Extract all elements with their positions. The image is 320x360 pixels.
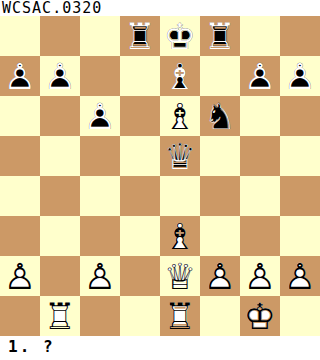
square-b5[interactable] xyxy=(40,136,80,176)
square-f6[interactable]: ♞♘ xyxy=(200,96,240,136)
black-rook-icon: ♜♖ xyxy=(200,16,240,56)
black-pawn-icon: ♟♙ xyxy=(80,96,120,136)
black-bishop-icon: ♝♗ xyxy=(160,56,200,96)
white-queen-icon: ♛♕ xyxy=(160,256,200,296)
square-c7[interactable] xyxy=(80,56,120,96)
square-d8[interactable]: ♜♖ xyxy=(120,16,160,56)
square-c1[interactable] xyxy=(80,296,120,336)
piece-outline-glyph: ♙ xyxy=(240,256,280,296)
square-g7[interactable]: ♟♙ xyxy=(240,56,280,96)
square-a2[interactable]: ♟♙ xyxy=(0,256,40,296)
square-a3[interactable] xyxy=(0,216,40,256)
square-h5[interactable] xyxy=(280,136,320,176)
black-rook-icon: ♜♖ xyxy=(120,16,160,56)
piece-outline-glyph: ♙ xyxy=(280,56,320,96)
square-h2[interactable]: ♟♙ xyxy=(280,256,320,296)
square-d4[interactable] xyxy=(120,176,160,216)
square-c6[interactable]: ♟♙ xyxy=(80,96,120,136)
square-e8[interactable]: ♚♔ xyxy=(160,16,200,56)
piece-outline-glyph: ♙ xyxy=(40,56,80,96)
piece-outline-glyph: ♙ xyxy=(280,256,320,296)
square-c8[interactable] xyxy=(80,16,120,56)
piece-outline-glyph: ♙ xyxy=(200,256,240,296)
piece-outline-glyph: ♔ xyxy=(240,296,280,336)
square-b4[interactable] xyxy=(40,176,80,216)
piece-outline-glyph: ♗ xyxy=(160,216,200,256)
square-f2[interactable]: ♟♙ xyxy=(200,256,240,296)
piece-outline-glyph: ♖ xyxy=(120,16,160,56)
square-b7[interactable]: ♟♙ xyxy=(40,56,80,96)
square-g1[interactable]: ♚♔ xyxy=(240,296,280,336)
square-d7[interactable] xyxy=(120,56,160,96)
square-f3[interactable] xyxy=(200,216,240,256)
square-a1[interactable] xyxy=(0,296,40,336)
black-pawn-icon: ♟♙ xyxy=(240,56,280,96)
square-e7[interactable]: ♝♗ xyxy=(160,56,200,96)
square-a5[interactable] xyxy=(0,136,40,176)
square-c5[interactable] xyxy=(80,136,120,176)
white-pawn-icon: ♟♙ xyxy=(240,256,280,296)
square-d5[interactable] xyxy=(120,136,160,176)
white-bishop-icon: ♝♗ xyxy=(160,216,200,256)
square-e5[interactable]: ♛♕ xyxy=(160,136,200,176)
black-pawn-icon: ♟♙ xyxy=(280,56,320,96)
piece-outline-glyph: ♔ xyxy=(160,16,200,56)
piece-outline-glyph: ♖ xyxy=(160,296,200,336)
square-g2[interactable]: ♟♙ xyxy=(240,256,280,296)
white-pawn-icon: ♟♙ xyxy=(0,256,40,296)
piece-outline-glyph: ♗ xyxy=(160,96,200,136)
square-d1[interactable] xyxy=(120,296,160,336)
square-e6[interactable]: ♝♗ xyxy=(160,96,200,136)
white-pawn-icon: ♟♙ xyxy=(280,256,320,296)
piece-outline-glyph: ♘ xyxy=(200,96,240,136)
piece-outline-glyph: ♗ xyxy=(160,56,200,96)
piece-outline-glyph: ♙ xyxy=(240,56,280,96)
square-e1[interactable]: ♜♖ xyxy=(160,296,200,336)
square-d3[interactable] xyxy=(120,216,160,256)
move-prompt: 1. ? xyxy=(0,336,320,360)
square-a4[interactable] xyxy=(0,176,40,216)
square-b1[interactable]: ♜♖ xyxy=(40,296,80,336)
white-pawn-icon: ♟♙ xyxy=(80,256,120,296)
square-e4[interactable] xyxy=(160,176,200,216)
piece-outline-glyph: ♙ xyxy=(80,96,120,136)
piece-outline-glyph: ♙ xyxy=(80,256,120,296)
square-c3[interactable] xyxy=(80,216,120,256)
square-e2[interactable]: ♛♕ xyxy=(160,256,200,296)
white-king-icon: ♚♔ xyxy=(240,296,280,336)
square-f5[interactable] xyxy=(200,136,240,176)
piece-outline-glyph: ♕ xyxy=(160,256,200,296)
white-rook-icon: ♜♖ xyxy=(40,296,80,336)
square-b2[interactable] xyxy=(40,256,80,296)
square-b3[interactable] xyxy=(40,216,80,256)
square-a6[interactable] xyxy=(0,96,40,136)
square-d6[interactable] xyxy=(120,96,160,136)
piece-outline-glyph: ♙ xyxy=(0,256,40,296)
square-g6[interactable] xyxy=(240,96,280,136)
black-king-icon: ♚♔ xyxy=(160,16,200,56)
piece-outline-glyph: ♙ xyxy=(0,56,40,96)
piece-outline-glyph: ♖ xyxy=(200,16,240,56)
chess-program-window: WCSAC.0320 ♜♖♚♔♜♖♟♙♟♙♝♗♟♙♟♙♟♙♝♗♞♘♛♕♝♗♟♙♟… xyxy=(0,0,320,360)
piece-outline-glyph: ♖ xyxy=(40,296,80,336)
square-a8[interactable] xyxy=(0,16,40,56)
square-c4[interactable] xyxy=(80,176,120,216)
puzzle-title: WCSAC.0320 xyxy=(0,0,320,16)
black-pawn-icon: ♟♙ xyxy=(0,56,40,96)
piece-outline-glyph: ♕ xyxy=(160,136,200,176)
square-f4[interactable] xyxy=(200,176,240,216)
square-b8[interactable] xyxy=(40,16,80,56)
square-f1[interactable] xyxy=(200,296,240,336)
black-knight-icon: ♞♘ xyxy=(200,96,240,136)
square-c2[interactable]: ♟♙ xyxy=(80,256,120,296)
square-a7[interactable]: ♟♙ xyxy=(0,56,40,96)
chess-board: ♜♖♚♔♜♖♟♙♟♙♝♗♟♙♟♙♟♙♝♗♞♘♛♕♝♗♟♙♟♙♛♕♟♙♟♙♟♙♜♖… xyxy=(0,16,320,336)
square-h3[interactable] xyxy=(280,216,320,256)
square-b6[interactable] xyxy=(40,96,80,136)
white-rook-icon: ♜♖ xyxy=(160,296,200,336)
square-h4[interactable] xyxy=(280,176,320,216)
square-h7[interactable]: ♟♙ xyxy=(280,56,320,96)
square-g4[interactable] xyxy=(240,176,280,216)
white-bishop-icon: ♝♗ xyxy=(160,96,200,136)
square-f8[interactable]: ♜♖ xyxy=(200,16,240,56)
square-h6[interactable] xyxy=(280,96,320,136)
square-f7[interactable] xyxy=(200,56,240,96)
white-pawn-icon: ♟♙ xyxy=(200,256,240,296)
square-e3[interactable]: ♝♗ xyxy=(160,216,200,256)
square-h1[interactable] xyxy=(280,296,320,336)
black-pawn-icon: ♟♙ xyxy=(40,56,80,96)
black-queen-icon: ♛♕ xyxy=(160,136,200,176)
square-h8[interactable] xyxy=(280,16,320,56)
square-g5[interactable] xyxy=(240,136,280,176)
square-d2[interactable] xyxy=(120,256,160,296)
square-g3[interactable] xyxy=(240,216,280,256)
square-g8[interactable] xyxy=(240,16,280,56)
